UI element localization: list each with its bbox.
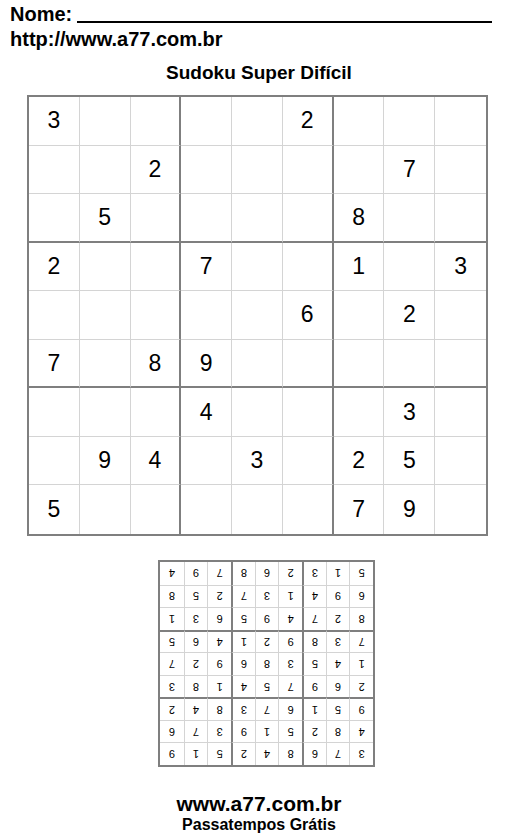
site-url: http://www.a77.com.br — [10, 28, 223, 51]
solution-cell-r4c9: 3 — [160, 675, 184, 698]
solution-cell-r9c5: 6 — [255, 562, 279, 585]
puzzle-cell-r8c1 — [29, 437, 80, 486]
solution-cell-r8c5: 3 — [255, 585, 279, 608]
puzzle-cell-r1c3 — [131, 97, 182, 146]
solution-cell-r5c6: 6 — [231, 652, 255, 675]
solution-cell-r4c6: 4 — [231, 675, 255, 698]
solution-cell-r4c1: 2 — [349, 675, 373, 698]
solution-cell-r9c8: 9 — [184, 562, 208, 585]
puzzle-cell-r8c3: 4 — [131, 437, 182, 486]
solution-cell-r1c6: 2 — [231, 742, 255, 765]
puzzle-cell-r8c5: 3 — [232, 437, 283, 486]
puzzle-cell-r9c3 — [131, 485, 182, 534]
solution-cell-r7c3: 7 — [302, 607, 326, 630]
solution-cell-r5c5: 8 — [255, 652, 279, 675]
solution-cell-r4c2: 6 — [326, 675, 350, 698]
solution-cell-r5c4: 3 — [278, 652, 302, 675]
solution-cell-r1c8: 1 — [184, 742, 208, 765]
solution-cell-r7c5: 9 — [255, 607, 279, 630]
puzzle-cell-r1c6: 2 — [283, 97, 334, 146]
puzzle-cell-r7c2 — [80, 388, 131, 437]
puzzle-cell-r8c7: 2 — [334, 437, 385, 486]
puzzle-cell-r6c3: 8 — [131, 340, 182, 389]
solution-cell-r6c4: 9 — [278, 630, 302, 653]
name-label: Nome: — [10, 3, 72, 26]
puzzle-cell-r4c4: 7 — [181, 243, 232, 292]
puzzle-cell-r9c6 — [283, 485, 334, 534]
puzzle-cell-r7c8: 3 — [384, 388, 435, 437]
solution-cell-r5c3: 5 — [302, 652, 326, 675]
solution-cell-r2c1: 4 — [349, 720, 373, 743]
puzzle-cell-r3c1 — [29, 194, 80, 243]
puzzle-cell-r6c1: 7 — [29, 340, 80, 389]
solution-cell-r8c1: 6 — [349, 585, 373, 608]
puzzle-cell-r8c8: 5 — [384, 437, 435, 486]
solution-cell-r1c1: 3 — [349, 742, 373, 765]
solution-cell-r2c9: 6 — [160, 720, 184, 743]
solution-cell-r9c1: 5 — [349, 562, 373, 585]
solution-cell-r6c6: 1 — [231, 630, 255, 653]
puzzle-cell-r4c8 — [384, 243, 435, 292]
puzzle-cell-r1c4 — [181, 97, 232, 146]
puzzle-cell-r2c5 — [232, 146, 283, 195]
solution-cell-r3c7: 8 — [207, 697, 231, 720]
sudoku-print-page: Nome: http://www.a77.com.br Sudoku Super… — [0, 0, 518, 840]
puzzle-cell-r2c1 — [29, 146, 80, 195]
puzzle-cell-r3c5 — [232, 194, 283, 243]
puzzle-cell-r7c3 — [131, 388, 182, 437]
puzzle-cell-r5c2 — [80, 291, 131, 340]
puzzle-cell-r5c6: 6 — [283, 291, 334, 340]
solution-cell-r1c3: 6 — [302, 742, 326, 765]
solution-cell-r3c9: 2 — [160, 697, 184, 720]
solution-cell-r7c2: 2 — [326, 607, 350, 630]
puzzle-cell-r3c6 — [283, 194, 334, 243]
solution-cell-r2c8: 7 — [184, 720, 208, 743]
solution-cell-r9c3: 3 — [302, 562, 326, 585]
puzzle-cell-r5c1 — [29, 291, 80, 340]
solution-cell-r2c6: 9 — [231, 720, 255, 743]
puzzle-cell-r6c6 — [283, 340, 334, 389]
puzzle-cell-r1c7 — [334, 97, 385, 146]
solution-cell-r7c7: 6 — [207, 607, 231, 630]
puzzle-cell-r3c7: 8 — [334, 194, 385, 243]
solution-cell-r4c4: 7 — [278, 675, 302, 698]
solution-cell-r6c5: 2 — [255, 630, 279, 653]
puzzle-cell-r7c4: 4 — [181, 388, 232, 437]
sudoku-puzzle-grid: 3227582713627894394325579 — [27, 95, 488, 536]
puzzle-cell-r6c4: 9 — [181, 340, 232, 389]
solution-cell-r8c3: 4 — [302, 585, 326, 608]
puzzle-cell-r9c7: 7 — [334, 485, 385, 534]
solution-cell-r7c8: 3 — [184, 607, 208, 630]
footer-tagline: Passatempos Grátis — [0, 816, 518, 834]
puzzle-cell-r2c6 — [283, 146, 334, 195]
puzzle-cell-r4c9: 3 — [435, 243, 486, 292]
page-title: Sudoku Super Difícil — [0, 62, 518, 84]
puzzle-cell-r2c8: 7 — [384, 146, 435, 195]
puzzle-cell-r3c9 — [435, 194, 486, 243]
solution-cell-r9c6: 8 — [231, 562, 255, 585]
puzzle-cell-r9c9 — [435, 485, 486, 534]
puzzle-cell-r2c7 — [334, 146, 385, 195]
puzzle-cell-r8c4 — [181, 437, 232, 486]
puzzle-cell-r4c7: 1 — [334, 243, 385, 292]
solution-cell-r8c2: 9 — [326, 585, 350, 608]
solution-cell-r5c1: 1 — [349, 652, 373, 675]
solution-cell-r5c8: 2 — [184, 652, 208, 675]
solution-cell-r4c8: 8 — [184, 675, 208, 698]
puzzle-cell-r5c5 — [232, 291, 283, 340]
puzzle-cell-r7c9 — [435, 388, 486, 437]
puzzle-cell-r2c2 — [80, 146, 131, 195]
solution-cell-r1c4: 8 — [278, 742, 302, 765]
solution-cell-r7c4: 4 — [278, 607, 302, 630]
puzzle-cell-r9c1: 5 — [29, 485, 80, 534]
puzzle-cell-r9c5 — [232, 485, 283, 534]
solution-cell-r6c7: 4 — [207, 630, 231, 653]
solution-cell-r3c1: 9 — [349, 697, 373, 720]
footer-site: www.a77.com.br — [0, 792, 518, 816]
solution-cell-r6c8: 6 — [184, 630, 208, 653]
puzzle-cell-r5c8: 2 — [384, 291, 435, 340]
puzzle-cell-r6c5 — [232, 340, 283, 389]
puzzle-cell-r9c4 — [181, 485, 232, 534]
solution-cell-r1c7: 5 — [207, 742, 231, 765]
puzzle-cell-r6c7 — [334, 340, 385, 389]
puzzle-cell-r4c6 — [283, 243, 334, 292]
solution-cell-r4c3: 9 — [302, 675, 326, 698]
solution-cell-r6c1: 7 — [349, 630, 373, 653]
puzzle-cell-r1c2 — [80, 97, 131, 146]
puzzle-cell-r4c3 — [131, 243, 182, 292]
sudoku-solution-grid-upside-down: 3768425194825193769516738422697541831453… — [158, 560, 375, 767]
solution-cell-r3c3: 1 — [302, 697, 326, 720]
puzzle-cell-r5c9 — [435, 291, 486, 340]
puzzle-cell-r7c5 — [232, 388, 283, 437]
solution-cell-r8c7: 2 — [207, 585, 231, 608]
solution-cell-r3c8: 4 — [184, 697, 208, 720]
solution-cell-r3c4: 6 — [278, 697, 302, 720]
solution-cell-r6c3: 8 — [302, 630, 326, 653]
solution-cell-r8c6: 7 — [231, 585, 255, 608]
puzzle-cell-r9c2 — [80, 485, 131, 534]
solution-cell-r6c2: 3 — [326, 630, 350, 653]
name-write-line — [77, 21, 492, 23]
puzzle-cell-r2c4 — [181, 146, 232, 195]
puzzle-cell-r5c3 — [131, 291, 182, 340]
solution-cell-r4c7: 1 — [207, 675, 231, 698]
puzzle-cell-r3c4 — [181, 194, 232, 243]
puzzle-cell-r6c2 — [80, 340, 131, 389]
solution-cell-r1c9: 9 — [160, 742, 184, 765]
solution-cell-r3c2: 5 — [326, 697, 350, 720]
puzzle-cell-r4c5 — [232, 243, 283, 292]
puzzle-cell-r8c9 — [435, 437, 486, 486]
solution-cell-r2c5: 1 — [255, 720, 279, 743]
solution-cell-r6c9: 5 — [160, 630, 184, 653]
solution-cell-r9c4: 2 — [278, 562, 302, 585]
solution-cell-r1c5: 4 — [255, 742, 279, 765]
puzzle-cell-r1c5 — [232, 97, 283, 146]
solution-cell-r1c2: 7 — [326, 742, 350, 765]
puzzle-cell-r3c3 — [131, 194, 182, 243]
puzzle-cell-r6c9 — [435, 340, 486, 389]
puzzle-cell-r3c2: 5 — [80, 194, 131, 243]
solution-cell-r7c6: 5 — [231, 607, 255, 630]
puzzle-cell-r5c7 — [334, 291, 385, 340]
puzzle-cell-r6c8 — [384, 340, 435, 389]
puzzle-cell-r8c2: 9 — [80, 437, 131, 486]
solution-cell-r2c4: 5 — [278, 720, 302, 743]
solution-cell-r5c7: 9 — [207, 652, 231, 675]
solution-cell-r2c2: 8 — [326, 720, 350, 743]
solution-cell-r8c4: 1 — [278, 585, 302, 608]
puzzle-cell-r8c6 — [283, 437, 334, 486]
solution-cell-r3c5: 7 — [255, 697, 279, 720]
solution-cell-r7c1: 8 — [349, 607, 373, 630]
puzzle-cell-r2c9 — [435, 146, 486, 195]
solution-cell-r2c7: 3 — [207, 720, 231, 743]
solution-cell-r8c9: 8 — [160, 585, 184, 608]
puzzle-cell-r4c2 — [80, 243, 131, 292]
puzzle-cell-r7c7 — [334, 388, 385, 437]
puzzle-cell-r3c8 — [384, 194, 435, 243]
solution-cell-r4c5: 5 — [255, 675, 279, 698]
solution-cell-r9c9: 4 — [160, 562, 184, 585]
solution-cell-r7c9: 1 — [160, 607, 184, 630]
solution-cell-r3c6: 3 — [231, 697, 255, 720]
puzzle-cell-r1c1: 3 — [29, 97, 80, 146]
puzzle-cell-r7c6 — [283, 388, 334, 437]
puzzle-cell-r2c3: 2 — [131, 146, 182, 195]
puzzle-cell-r1c9 — [435, 97, 486, 146]
solution-cell-r5c2: 4 — [326, 652, 350, 675]
puzzle-cell-r4c1: 2 — [29, 243, 80, 292]
puzzle-cell-r7c1 — [29, 388, 80, 437]
solution-cell-r2c3: 2 — [302, 720, 326, 743]
solution-cell-r9c2: 1 — [326, 562, 350, 585]
solution-cell-r8c8: 5 — [184, 585, 208, 608]
puzzle-cell-r9c8: 9 — [384, 485, 435, 534]
puzzle-cell-r1c8 — [384, 97, 435, 146]
puzzle-cell-r5c4 — [181, 291, 232, 340]
solution-cell-r9c7: 7 — [207, 562, 231, 585]
solution-cell-r5c9: 7 — [160, 652, 184, 675]
